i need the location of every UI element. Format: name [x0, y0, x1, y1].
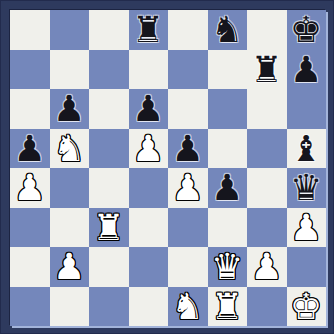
square-c6[interactable]: [89, 89, 129, 129]
piece-black-rook[interactable]: ♜: [251, 50, 283, 90]
square-c8[interactable]: [89, 10, 129, 50]
square-g1[interactable]: [247, 287, 287, 327]
square-e6[interactable]: [168, 89, 208, 129]
square-c2[interactable]: [89, 247, 129, 287]
square-d2[interactable]: [129, 247, 169, 287]
piece-white-pawn[interactable]: ♟: [251, 247, 283, 287]
square-g3[interactable]: [247, 208, 287, 248]
square-e5[interactable]: ♟: [168, 129, 208, 169]
square-d4[interactable]: [129, 168, 169, 208]
piece-white-queen[interactable]: ♛: [211, 247, 243, 287]
square-h4[interactable]: ♛: [287, 168, 327, 208]
square-e7[interactable]: [168, 50, 208, 90]
square-e1[interactable]: ♞: [168, 287, 208, 327]
square-c1[interactable]: [89, 287, 129, 327]
board-frame: ♜♞♚♜♟♟♟♟♞♟♟♝♟♟♟♛♜♟♟♛♟♞♜♚: [0, 0, 334, 334]
piece-black-pawn[interactable]: ♟: [14, 129, 46, 169]
square-a1[interactable]: [10, 287, 50, 327]
square-f7[interactable]: [208, 50, 248, 90]
piece-black-pawn[interactable]: ♟: [132, 89, 164, 129]
square-h1[interactable]: ♚: [287, 287, 327, 327]
square-d5[interactable]: ♟: [129, 129, 169, 169]
square-f2[interactable]: ♛: [208, 247, 248, 287]
square-a5[interactable]: ♟: [10, 129, 50, 169]
piece-black-pawn[interactable]: ♟: [290, 50, 322, 90]
square-h3[interactable]: ♟: [287, 208, 327, 248]
square-b5[interactable]: ♞: [50, 129, 90, 169]
square-c3[interactable]: ♜: [89, 208, 129, 248]
piece-black-bishop[interactable]: ♝: [290, 129, 322, 169]
square-b3[interactable]: [50, 208, 90, 248]
square-a3[interactable]: [10, 208, 50, 248]
square-b4[interactable]: [50, 168, 90, 208]
square-h6[interactable]: [287, 89, 327, 129]
square-d7[interactable]: [129, 50, 169, 90]
square-h5[interactable]: ♝: [287, 129, 327, 169]
square-f8[interactable]: ♞: [208, 10, 248, 50]
piece-white-pawn[interactable]: ♟: [53, 247, 85, 287]
piece-black-knight[interactable]: ♞: [211, 10, 243, 50]
square-c5[interactable]: [89, 129, 129, 169]
square-g7[interactable]: ♜: [247, 50, 287, 90]
square-a4[interactable]: ♟: [10, 168, 50, 208]
square-g6[interactable]: [247, 89, 287, 129]
square-h7[interactable]: ♟: [287, 50, 327, 90]
piece-white-pawn[interactable]: ♟: [172, 168, 204, 208]
square-b8[interactable]: [50, 10, 90, 50]
square-e8[interactable]: [168, 10, 208, 50]
piece-black-king[interactable]: ♚: [290, 10, 322, 50]
chess-board: ♜♞♚♜♟♟♟♟♞♟♟♝♟♟♟♛♜♟♟♛♟♞♜♚: [10, 10, 326, 326]
square-d1[interactable]: [129, 287, 169, 327]
square-e4[interactable]: ♟: [168, 168, 208, 208]
piece-white-knight[interactable]: ♞: [53, 129, 85, 169]
square-a6[interactable]: [10, 89, 50, 129]
piece-black-queen[interactable]: ♛: [290, 168, 322, 208]
piece-white-rook[interactable]: ♜: [93, 208, 125, 248]
square-g4[interactable]: [247, 168, 287, 208]
square-h8[interactable]: ♚: [287, 10, 327, 50]
piece-black-pawn[interactable]: ♟: [172, 129, 204, 169]
square-d6[interactable]: ♟: [129, 89, 169, 129]
square-g2[interactable]: ♟: [247, 247, 287, 287]
square-f1[interactable]: ♜: [208, 287, 248, 327]
piece-white-king[interactable]: ♚: [290, 287, 322, 327]
square-c4[interactable]: [89, 168, 129, 208]
square-e2[interactable]: [168, 247, 208, 287]
square-f6[interactable]: [208, 89, 248, 129]
piece-black-rook[interactable]: ♜: [132, 10, 164, 50]
square-b7[interactable]: [50, 50, 90, 90]
square-a2[interactable]: [10, 247, 50, 287]
square-c7[interactable]: [89, 50, 129, 90]
piece-white-pawn[interactable]: ♟: [290, 208, 322, 248]
piece-white-pawn[interactable]: ♟: [132, 129, 164, 169]
piece-black-pawn[interactable]: ♟: [53, 89, 85, 129]
piece-white-rook[interactable]: ♜: [211, 287, 243, 327]
piece-white-knight[interactable]: ♞: [172, 287, 204, 327]
square-d8[interactable]: ♜: [129, 10, 169, 50]
square-a7[interactable]: [10, 50, 50, 90]
square-b1[interactable]: [50, 287, 90, 327]
square-g8[interactable]: [247, 10, 287, 50]
square-g5[interactable]: [247, 129, 287, 169]
square-b6[interactable]: ♟: [50, 89, 90, 129]
square-f3[interactable]: [208, 208, 248, 248]
square-f5[interactable]: [208, 129, 248, 169]
piece-white-pawn[interactable]: ♟: [14, 168, 46, 208]
square-e3[interactable]: [168, 208, 208, 248]
piece-black-pawn[interactable]: ♟: [211, 168, 243, 208]
square-h2[interactable]: [287, 247, 327, 287]
square-b2[interactable]: ♟: [50, 247, 90, 287]
square-d3[interactable]: [129, 208, 169, 248]
square-f4[interactable]: ♟: [208, 168, 248, 208]
square-a8[interactable]: [10, 10, 50, 50]
